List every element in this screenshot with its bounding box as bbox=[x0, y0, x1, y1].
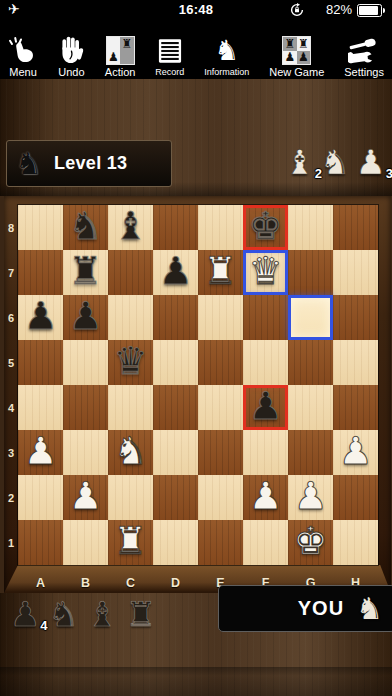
square-h7[interactable] bbox=[333, 250, 378, 295]
square-h6[interactable] bbox=[333, 295, 378, 340]
square-c6[interactable] bbox=[108, 295, 153, 340]
square-g8[interactable] bbox=[288, 205, 333, 250]
white-pawn: ♟ bbox=[68, 477, 102, 515]
white-queen: ♛ bbox=[248, 252, 282, 290]
status-bar: ✈ 16:48 82% bbox=[0, 0, 392, 20]
square-f4[interactable]: ♟ bbox=[243, 385, 288, 430]
square-d1[interactable] bbox=[153, 520, 198, 565]
square-c1[interactable]: ♜ bbox=[108, 520, 153, 565]
captured-white-pawn: ♟3 bbox=[356, 145, 386, 179]
white-pawn: ♟ bbox=[293, 477, 327, 515]
square-f6[interactable] bbox=[243, 295, 288, 340]
rank-label-2: 2 bbox=[4, 475, 18, 520]
menu-button[interactable]: Menu bbox=[8, 23, 38, 79]
opponent-level-badge[interactable]: ♞ Level 13 bbox=[6, 140, 172, 187]
black-pawn: ♟ bbox=[248, 387, 282, 425]
square-d2[interactable] bbox=[153, 475, 198, 520]
upper-wood-panel: ♞ Level 13 ♝2♞♟3 bbox=[0, 79, 392, 196]
square-c5[interactable]: ♛ bbox=[108, 340, 153, 385]
rank-label-7: 7 bbox=[4, 250, 18, 295]
square-d4[interactable] bbox=[153, 385, 198, 430]
square-c2[interactable] bbox=[108, 475, 153, 520]
square-b4[interactable] bbox=[63, 385, 108, 430]
captured-white-pieces-tray: ♝2♞♟3 bbox=[285, 145, 386, 179]
square-d5[interactable] bbox=[153, 340, 198, 385]
square-d3[interactable] bbox=[153, 430, 198, 475]
square-h2[interactable] bbox=[333, 475, 378, 520]
new-game-board-icon: ♜ ♜ ♟ ♟ bbox=[282, 32, 311, 65]
black-knight-icon: ♞ bbox=[15, 149, 42, 179]
square-e5[interactable] bbox=[198, 340, 243, 385]
app-screen: ✈ 16:48 82% Menu bbox=[0, 0, 392, 696]
action-board-icon: ♜ ♟ bbox=[106, 32, 135, 65]
square-d8[interactable] bbox=[153, 205, 198, 250]
record-button[interactable]: Record bbox=[155, 23, 184, 79]
square-f5[interactable] bbox=[243, 340, 288, 385]
white-rook: ♜ bbox=[113, 522, 147, 560]
square-g7[interactable] bbox=[288, 250, 333, 295]
square-g3[interactable] bbox=[288, 430, 333, 475]
square-e4[interactable] bbox=[198, 385, 243, 430]
square-a2[interactable] bbox=[18, 475, 63, 520]
menu-label: Menu bbox=[9, 65, 37, 79]
square-b3[interactable] bbox=[63, 430, 108, 475]
undo-label: Undo bbox=[58, 65, 84, 79]
captured-white-knight: ♞ bbox=[320, 145, 350, 179]
captured-count: 4 bbox=[40, 619, 47, 632]
square-h4[interactable] bbox=[333, 385, 378, 430]
rank-label-8: 8 bbox=[4, 205, 18, 250]
information-label: Record bbox=[155, 65, 184, 79]
square-e6[interactable] bbox=[198, 295, 243, 340]
square-c3[interactable]: ♞ bbox=[108, 430, 153, 475]
undo-button[interactable]: Undo bbox=[58, 23, 85, 79]
square-f1[interactable] bbox=[243, 520, 288, 565]
captured-black-bishop: ♝ bbox=[87, 597, 117, 631]
square-h3[interactable]: ♟ bbox=[333, 430, 378, 475]
captured-black-pawn: ♟4 bbox=[10, 597, 40, 631]
square-e1[interactable] bbox=[198, 520, 243, 565]
square-b1[interactable] bbox=[63, 520, 108, 565]
square-a6[interactable]: ♟ bbox=[18, 295, 63, 340]
square-f8[interactable]: ♚ bbox=[243, 205, 288, 250]
square-h5[interactable] bbox=[333, 340, 378, 385]
square-e7[interactable]: ♜ bbox=[198, 250, 243, 295]
white-pawn: ♟ bbox=[23, 432, 57, 470]
rank-labels: 87654321 bbox=[4, 205, 18, 565]
white-pawn: ♟ bbox=[248, 477, 282, 515]
player-label: YOU bbox=[298, 597, 344, 620]
square-e3[interactable] bbox=[198, 430, 243, 475]
captured-count: 3 bbox=[386, 167, 392, 180]
file-label-d: D bbox=[153, 576, 198, 590]
file-label-a: A bbox=[18, 576, 63, 590]
rank-label-6: 6 bbox=[4, 295, 18, 340]
captured-white-bishop: ♝2 bbox=[285, 145, 315, 179]
tools-icon bbox=[348, 32, 380, 65]
file-label-c: C bbox=[108, 576, 153, 590]
square-a3[interactable]: ♟ bbox=[18, 430, 63, 475]
square-a7[interactable] bbox=[18, 250, 63, 295]
square-c7[interactable] bbox=[108, 250, 153, 295]
square-a4[interactable] bbox=[18, 385, 63, 430]
square-b8[interactable]: ♞ bbox=[63, 205, 108, 250]
square-g1[interactable]: ♚ bbox=[288, 520, 333, 565]
settings-button[interactable]: Settings bbox=[344, 23, 384, 79]
square-d7[interactable]: ♟ bbox=[153, 250, 198, 295]
black-pawn: ♟ bbox=[68, 297, 102, 335]
record-list-icon bbox=[156, 32, 184, 65]
captured-black-knight: ♞ bbox=[48, 597, 78, 631]
square-f7[interactable]: ♛ bbox=[243, 250, 288, 295]
rank-label-3: 3 bbox=[4, 430, 18, 475]
action-button[interactable]: ♜ ♟ Action bbox=[105, 23, 136, 79]
lower-wood-panel: ♟4♞♝♜ YOU ♞ bbox=[0, 593, 392, 696]
square-g4[interactable] bbox=[288, 385, 333, 430]
rank-label-4: 4 bbox=[4, 385, 18, 430]
square-b5[interactable] bbox=[63, 340, 108, 385]
player-panel: YOU ♞ bbox=[218, 585, 392, 632]
chess-board: ♞♝♚♜♟♜♛♟♟♛♟♟♞♟♟♟♟♜♚ bbox=[18, 205, 378, 565]
battery-percent: 82% bbox=[326, 2, 352, 17]
black-knight: ♞ bbox=[68, 207, 102, 245]
square-f2[interactable]: ♟ bbox=[243, 475, 288, 520]
action-label: Action bbox=[105, 65, 136, 79]
square-g6[interactable] bbox=[288, 295, 333, 340]
battery-icon bbox=[357, 4, 382, 17]
square-a1[interactable] bbox=[18, 520, 63, 565]
white-pawn: ♟ bbox=[338, 432, 372, 470]
square-b2[interactable]: ♟ bbox=[63, 475, 108, 520]
square-b7[interactable]: ♜ bbox=[63, 250, 108, 295]
square-c8[interactable]: ♝ bbox=[108, 205, 153, 250]
black-bishop: ♝ bbox=[113, 207, 147, 245]
square-e8[interactable] bbox=[198, 205, 243, 250]
rank-label-5: 5 bbox=[4, 340, 18, 385]
white-knight-icon: ♞ bbox=[356, 594, 383, 624]
black-queen: ♛ bbox=[113, 342, 147, 380]
white-rook: ♜ bbox=[203, 252, 237, 290]
captured-black-rook: ♜ bbox=[125, 597, 155, 631]
black-pawn: ♟ bbox=[23, 297, 57, 335]
square-g2[interactable]: ♟ bbox=[288, 475, 333, 520]
opponent-level-label: Level 13 bbox=[54, 153, 127, 174]
black-rook: ♜ bbox=[68, 252, 102, 290]
board-frame: 87654321 ABCDEFGH ♞♝♚♜♟♜♛♟♟♛♟♟♞♟♟♟♟♜♚ bbox=[4, 196, 391, 593]
black-pawn: ♟ bbox=[158, 252, 192, 290]
rank-label-1: 1 bbox=[4, 520, 18, 565]
square-c4[interactable] bbox=[108, 385, 153, 430]
square-e2[interactable] bbox=[198, 475, 243, 520]
black-king: ♚ bbox=[248, 207, 282, 245]
tap-hand-icon bbox=[8, 32, 38, 65]
knight-silhouette-icon: ♞ bbox=[214, 32, 239, 65]
toolbar: Menu Undo bbox=[0, 20, 392, 79]
square-a5[interactable] bbox=[18, 340, 63, 385]
settings-label: Settings bbox=[344, 65, 384, 79]
new-game-label: New Game bbox=[269, 65, 324, 79]
palm-hand-icon bbox=[58, 32, 85, 65]
square-a8[interactable] bbox=[18, 205, 63, 250]
new-game-button[interactable]: ♜ ♜ ♟ ♟ New Game bbox=[269, 23, 324, 79]
square-b6[interactable]: ♟ bbox=[63, 295, 108, 340]
square-g5[interactable] bbox=[288, 340, 333, 385]
square-h8[interactable] bbox=[333, 205, 378, 250]
square-f3[interactable] bbox=[243, 430, 288, 475]
white-king: ♚ bbox=[293, 522, 327, 560]
white-knight: ♞ bbox=[113, 432, 147, 470]
square-h1[interactable] bbox=[333, 520, 378, 565]
orientation-lock-icon bbox=[290, 3, 304, 17]
file-label-b: B bbox=[63, 576, 108, 590]
captured-black-pieces-tray: ♟4♞♝♜ bbox=[10, 597, 156, 631]
information-button[interactable]: ♞ Information bbox=[204, 23, 249, 79]
square-d6[interactable] bbox=[153, 295, 198, 340]
